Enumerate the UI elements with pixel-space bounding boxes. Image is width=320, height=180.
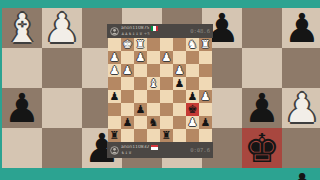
black-king-icon: ♚ — [188, 104, 198, 115]
app-window: anon110875 ♟♟♞♝♝♛ +5 0:48.6 ♚♜♞♜♟♟♟♟♟♟♝♟… — [107, 24, 213, 158]
black-pawn-icon: ♟ — [136, 104, 146, 115]
square-g8[interactable] — [121, 129, 134, 142]
square-g4[interactable] — [121, 77, 134, 90]
bottom-captured-pieces: ♞♝♛ — [121, 150, 132, 155]
white-pawn-icon: ♟ — [110, 52, 120, 63]
black-pawn-icon: ♟ — [123, 117, 133, 128]
square-d8[interactable]: ♜ — [160, 129, 173, 142]
white-rook-icon: ♜ — [136, 39, 146, 50]
video-frame: ♝♟♟♟♟♟♟♟♚ ♝ anon110875 ♟♟♞♝♝♛ +5 — [0, 0, 320, 180]
top-player-bar: anon110875 ♟♟♞♝♝♛ +5 0:48.6 — [107, 24, 213, 38]
square-g1[interactable]: ♚ — [121, 38, 134, 51]
background-square — [242, 8, 282, 48]
white-rook-icon: ♜ — [201, 39, 211, 50]
square-b6[interactable]: ♚ — [186, 103, 199, 116]
square-g5[interactable] — [121, 90, 134, 103]
square-f3[interactable] — [134, 64, 147, 77]
square-f8[interactable] — [134, 129, 147, 142]
background-square — [42, 88, 82, 128]
black-pawn-icon: ♟ — [175, 78, 185, 89]
white-knight-icon: ♞ — [188, 39, 198, 50]
top-captured-pieces: ♟♟♞♝♝♛ — [121, 31, 143, 36]
background-square — [42, 48, 82, 88]
square-d2[interactable]: ♟ — [160, 51, 173, 64]
white-pawn-icon: ♟ — [188, 117, 198, 128]
bottom-player-bar: anon110832 ♞♝♛ 0:07.6 — [107, 142, 213, 158]
square-c3[interactable]: ♟ — [173, 64, 186, 77]
square-h7[interactable] — [108, 116, 121, 129]
square-c6[interactable] — [173, 103, 186, 116]
indonesia-flag-icon — [151, 145, 158, 150]
square-g3[interactable]: ♟ — [121, 64, 134, 77]
square-a2[interactable] — [199, 51, 212, 64]
square-g2[interactable] — [121, 51, 134, 64]
square-b3[interactable] — [186, 64, 199, 77]
black-pawn-icon: ♟ — [201, 117, 211, 128]
black-pawn-icon: ♟ — [242, 88, 282, 128]
square-f6[interactable]: ♟ — [134, 103, 147, 116]
square-e6[interactable] — [147, 103, 160, 116]
square-c7[interactable] — [173, 116, 186, 129]
square-d1[interactable] — [160, 38, 173, 51]
background-square — [282, 128, 320, 168]
white-bishop-icon: ♝ — [2, 8, 42, 48]
teal-band — [0, 168, 320, 180]
square-g6[interactable] — [121, 103, 134, 116]
black-king-icon: ♚ — [242, 128, 282, 168]
square-f1[interactable]: ♜ — [134, 38, 147, 51]
black-knight-icon: ♞ — [149, 117, 159, 128]
square-b8[interactable] — [186, 129, 199, 142]
square-h1[interactable] — [108, 38, 121, 51]
bottom-player-clock: 0:07.6 — [190, 147, 210, 153]
square-e4[interactable]: ♝ — [147, 77, 160, 90]
square-h4[interactable] — [108, 77, 121, 90]
square-b1[interactable]: ♞ — [186, 38, 199, 51]
white-king-icon: ♚ — [123, 39, 133, 50]
white-pawn-icon: ♟ — [42, 8, 82, 48]
square-f7[interactable] — [134, 116, 147, 129]
white-pawn-icon: ♟ — [201, 91, 211, 102]
square-d6[interactable] — [160, 103, 173, 116]
square-c1[interactable] — [173, 38, 186, 51]
square-h6[interactable] — [108, 103, 121, 116]
square-h2[interactable]: ♟ — [108, 51, 121, 64]
white-pawn-icon: ♟ — [282, 88, 320, 128]
square-h5[interactable]: ♟ — [108, 90, 121, 103]
avatar-icon — [110, 146, 119, 155]
background-square — [242, 48, 282, 88]
square-d3[interactable] — [160, 64, 173, 77]
square-c2[interactable] — [173, 51, 186, 64]
top-player-clock: 0:48.6 — [190, 28, 210, 34]
background-square — [2, 128, 42, 168]
square-g7[interactable]: ♟ — [121, 116, 134, 129]
background-square — [282, 48, 320, 88]
square-d7[interactable] — [160, 116, 173, 129]
square-b7[interactable]: ♟ — [186, 116, 199, 129]
white-bishop-icon: ♝ — [149, 78, 159, 89]
square-e5[interactable] — [147, 90, 160, 103]
square-h3[interactable]: ♟ — [108, 64, 121, 77]
square-h8[interactable]: ♜ — [108, 129, 121, 142]
square-a4[interactable] — [199, 77, 212, 90]
square-a3[interactable] — [199, 64, 212, 77]
square-b5[interactable]: ♟ — [186, 90, 199, 103]
white-pawn-icon: ♟ — [110, 65, 120, 76]
square-b4[interactable] — [186, 77, 199, 90]
white-pawn-icon: ♟ — [123, 65, 133, 76]
background-square — [42, 128, 82, 168]
square-d4[interactable] — [160, 77, 173, 90]
black-rook-icon: ♜ — [162, 130, 172, 141]
square-a6[interactable] — [199, 103, 212, 116]
avatar-icon — [110, 27, 119, 36]
square-c8[interactable] — [173, 129, 186, 142]
square-e8[interactable] — [147, 129, 160, 142]
square-e1[interactable] — [147, 38, 160, 51]
square-c5[interactable] — [173, 90, 186, 103]
square-e7[interactable]: ♞ — [147, 116, 160, 129]
white-pawn-icon: ♟ — [136, 52, 146, 63]
square-f2[interactable]: ♟ — [134, 51, 147, 64]
square-f4[interactable] — [134, 77, 147, 90]
white-pawn-icon: ♟ — [175, 65, 185, 76]
black-pawn-icon: ♟ — [2, 88, 42, 128]
square-e2[interactable] — [147, 51, 160, 64]
top-material-advantage: +5 — [144, 31, 150, 36]
square-f5[interactable] — [134, 90, 147, 103]
black-pawn-icon: ♟ — [110, 91, 120, 102]
square-a8[interactable] — [199, 129, 212, 142]
square-b2[interactable] — [186, 51, 199, 64]
black-pawn-icon: ♟ — [282, 8, 320, 48]
square-a1[interactable]: ♜ — [199, 38, 212, 51]
square-c4[interactable]: ♟ — [173, 77, 186, 90]
square-d5[interactable] — [160, 90, 173, 103]
white-pawn-icon: ♟ — [162, 52, 172, 63]
square-a5[interactable]: ♟ — [199, 90, 212, 103]
square-e3[interactable] — [147, 64, 160, 77]
square-a7[interactable]: ♟ — [199, 116, 212, 129]
black-rook-icon: ♜ — [110, 130, 120, 141]
italy-flag-icon — [151, 26, 158, 31]
chess-board[interactable]: ♚♜♞♜♟♟♟♟♟♟♝♟♟♟♟♟♚♟♞♟♟♜♜ — [108, 38, 212, 142]
background-square — [2, 48, 42, 88]
black-pawn-icon: ♟ — [188, 91, 198, 102]
